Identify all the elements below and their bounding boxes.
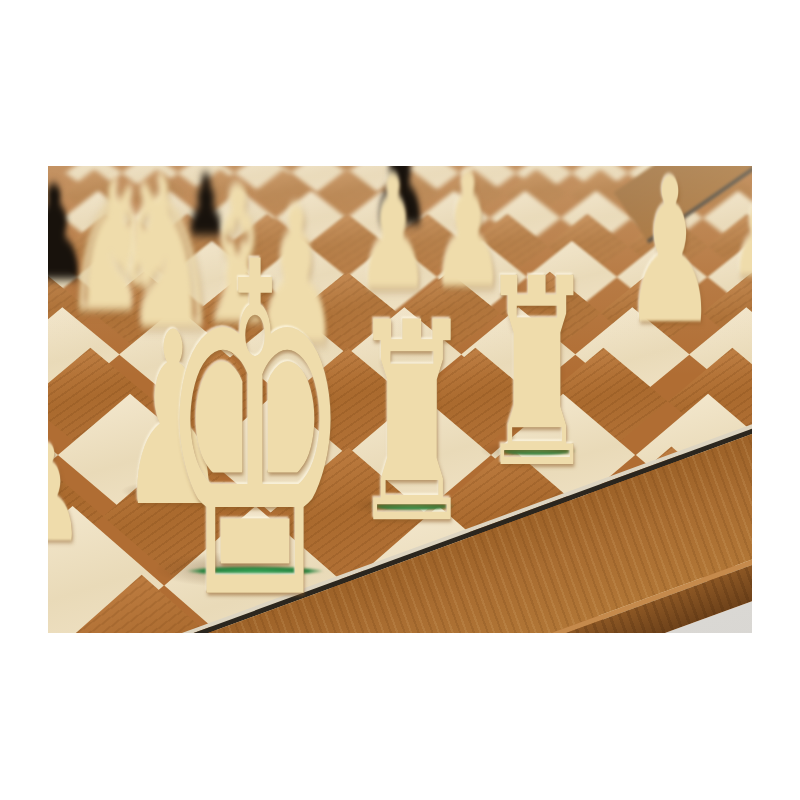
page: ♟♟♟♟♟♟♞♟♝♞♟♜♟♜♟♚ <box>0 0 800 800</box>
white-piece-edge-right[interactable]: ♟ <box>730 172 752 294</box>
white-king[interactable]: ♚ <box>158 205 351 633</box>
chessboard-photo: ♟♟♟♟♟♟♞♟♝♞♟♜♟♜♟♚ <box>48 166 752 633</box>
white-rook-left[interactable]: ♜ <box>350 287 473 562</box>
white-rook-right[interactable]: ♜ <box>479 245 595 504</box>
white-piece-edge-left[interactable]: ♟ <box>48 428 84 561</box>
white-pawn-right[interactable]: ♟ <box>623 166 716 352</box>
